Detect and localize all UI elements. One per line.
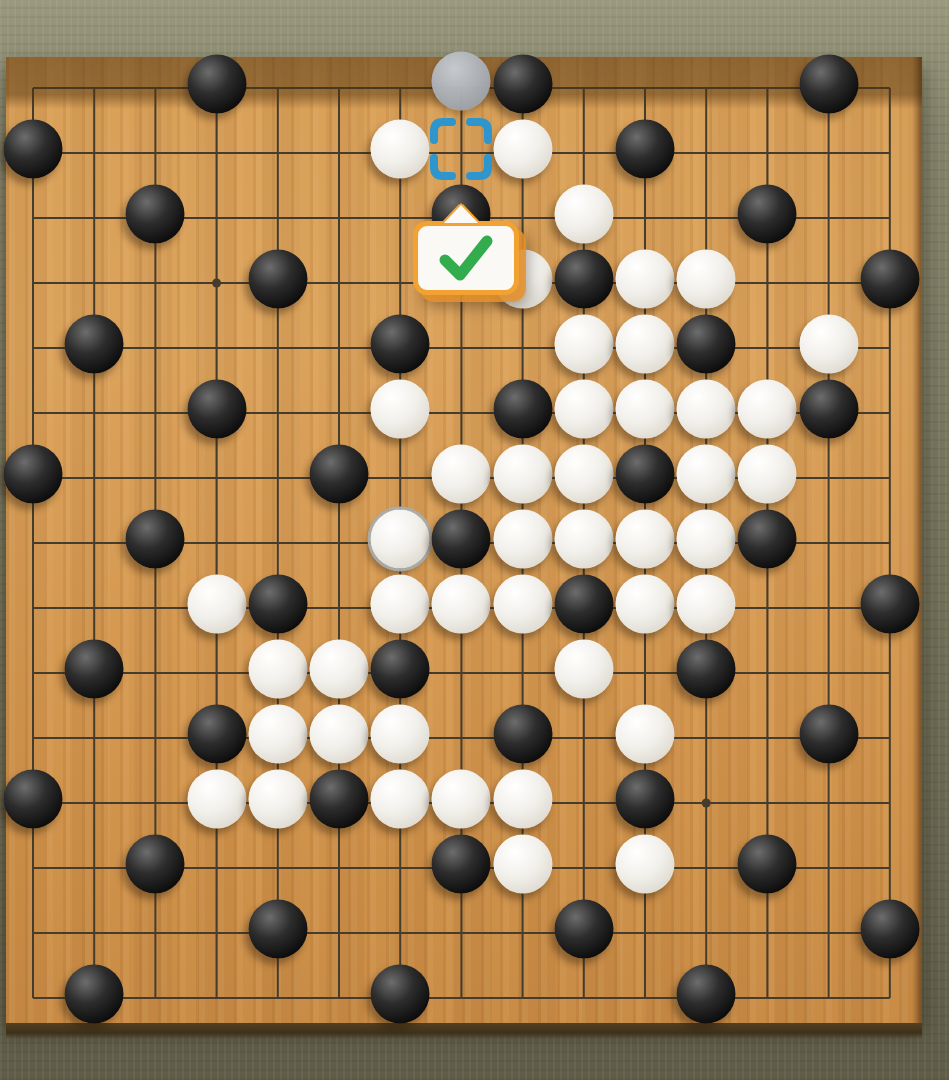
stone-white <box>493 835 552 894</box>
stone-white <box>554 510 613 569</box>
stone-white <box>187 770 246 829</box>
stone-white <box>248 770 307 829</box>
stone-black <box>493 380 552 439</box>
stone-black <box>738 185 797 244</box>
stone-white <box>554 445 613 504</box>
stone-black <box>371 640 430 699</box>
stone-black <box>738 835 797 894</box>
stone-black <box>616 120 675 179</box>
stone-black <box>248 575 307 634</box>
stone-black <box>493 705 552 764</box>
stone-white <box>248 640 307 699</box>
stone-white <box>493 575 552 634</box>
stone-black <box>371 315 430 374</box>
placement-cursor[interactable] <box>429 117 493 185</box>
stone-black <box>65 965 124 1024</box>
stone-white <box>677 510 736 569</box>
stone-black <box>860 250 919 309</box>
stone-black <box>187 55 246 114</box>
stone-white <box>432 445 491 504</box>
stone-white <box>738 380 797 439</box>
stone-white <box>616 510 675 569</box>
stone-white <box>738 445 797 504</box>
stone-black <box>616 770 675 829</box>
stone-black <box>65 640 124 699</box>
stone-white <box>616 380 675 439</box>
stone-white <box>616 250 675 309</box>
stone-white <box>310 640 369 699</box>
stone-black <box>677 965 736 1024</box>
stone-white <box>432 575 491 634</box>
stone-white <box>616 575 675 634</box>
stone-white <box>799 315 858 374</box>
stone-white <box>187 575 246 634</box>
stone-black <box>677 315 736 374</box>
stone-black <box>126 510 185 569</box>
stone-white <box>371 380 430 439</box>
stone-black <box>554 250 613 309</box>
go-game-screen <box>0 0 949 1080</box>
stone-white <box>371 770 430 829</box>
stone-black <box>187 705 246 764</box>
stone-black <box>371 965 430 1024</box>
stone-black <box>799 380 858 439</box>
star-point <box>702 799 711 808</box>
stone-white <box>554 380 613 439</box>
stone-black <box>432 835 491 894</box>
stone-black <box>738 510 797 569</box>
stone-black <box>248 250 307 309</box>
stone-black <box>248 900 307 959</box>
go-board[interactable] <box>6 57 922 1023</box>
stone-black <box>860 575 919 634</box>
stone-black <box>616 445 675 504</box>
star-point <box>212 279 221 288</box>
stone-white <box>371 120 430 179</box>
stone-white <box>677 445 736 504</box>
stone-white <box>554 640 613 699</box>
stone-white <box>677 575 736 634</box>
stone-white <box>371 575 430 634</box>
stone-black <box>65 315 124 374</box>
stone-white <box>432 770 491 829</box>
stone-white <box>493 770 552 829</box>
stone-black <box>310 445 369 504</box>
stone-black <box>126 185 185 244</box>
stone-white <box>677 380 736 439</box>
stone-black <box>4 770 63 829</box>
stone-white <box>371 705 430 764</box>
stone-black <box>493 55 552 114</box>
stone-white <box>371 510 430 569</box>
stone-black <box>799 55 858 114</box>
stone-white <box>554 185 613 244</box>
stone-white <box>310 705 369 764</box>
stone-black <box>799 705 858 764</box>
stone-black <box>860 900 919 959</box>
stone-white <box>554 315 613 374</box>
stone-white <box>493 510 552 569</box>
stone-white <box>677 250 736 309</box>
stone-black <box>554 575 613 634</box>
stone-white <box>616 705 675 764</box>
stone-black <box>126 835 185 894</box>
stone-white <box>616 835 675 894</box>
stone-black <box>554 900 613 959</box>
board-side-face <box>6 1023 922 1039</box>
stone-black <box>187 380 246 439</box>
stone-white <box>493 445 552 504</box>
stone-white <box>493 120 552 179</box>
stone-black <box>432 510 491 569</box>
stone-white <box>616 315 675 374</box>
stone-black <box>4 120 63 179</box>
held-ghost-stone <box>432 52 491 111</box>
stone-black <box>4 445 63 504</box>
tooltip-pointer <box>444 205 478 223</box>
confirm-check-icon <box>435 234 497 282</box>
stone-black <box>310 770 369 829</box>
stone-white <box>248 705 307 764</box>
confirm-tooltip[interactable] <box>413 221 519 295</box>
stone-black <box>677 640 736 699</box>
